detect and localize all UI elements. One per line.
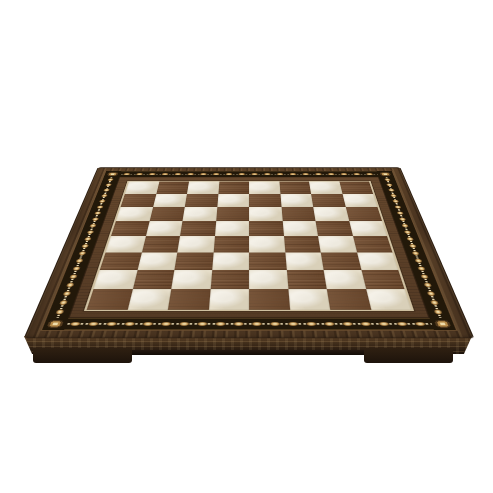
square-g3[interactable] xyxy=(321,252,361,270)
square-e1[interactable] xyxy=(249,289,290,310)
square-d1[interactable] xyxy=(208,289,249,310)
square-d8[interactable] xyxy=(218,182,249,194)
square-g5[interactable] xyxy=(316,221,353,236)
square-a5[interactable] xyxy=(111,221,149,236)
square-b1[interactable] xyxy=(127,289,171,310)
square-b3[interactable] xyxy=(137,252,177,270)
square-c7[interactable] xyxy=(185,194,218,207)
square-e4[interactable] xyxy=(249,236,285,252)
square-b4[interactable] xyxy=(141,236,180,252)
square-a8[interactable] xyxy=(125,182,159,194)
square-h3[interactable] xyxy=(357,252,399,270)
square-h6[interactable] xyxy=(345,207,382,221)
square-f6[interactable] xyxy=(281,207,315,221)
square-h2[interactable] xyxy=(361,270,405,289)
square-b2[interactable] xyxy=(132,270,174,289)
mosaic-corner-rosette xyxy=(430,318,456,330)
square-a2[interactable] xyxy=(94,270,138,289)
square-c8[interactable] xyxy=(187,182,219,194)
square-d5[interactable] xyxy=(215,221,250,236)
square-e5[interactable] xyxy=(249,221,284,236)
square-d2[interactable] xyxy=(210,270,249,289)
square-h7[interactable] xyxy=(342,194,377,207)
square-g2[interactable] xyxy=(324,270,366,289)
square-c6[interactable] xyxy=(182,207,216,221)
square-a1[interactable] xyxy=(87,289,133,310)
square-g8[interactable] xyxy=(309,182,342,194)
square-a3[interactable] xyxy=(100,252,142,270)
square-b6[interactable] xyxy=(149,207,185,221)
chess-board xyxy=(24,167,475,338)
square-f5[interactable] xyxy=(282,221,318,236)
square-a4[interactable] xyxy=(106,236,146,252)
square-f2[interactable] xyxy=(286,270,326,289)
mosaic-corner-rosette xyxy=(42,318,68,330)
square-f7[interactable] xyxy=(280,194,313,207)
square-c2[interactable] xyxy=(171,270,211,289)
square-e6[interactable] xyxy=(249,207,282,221)
square-h1[interactable] xyxy=(366,289,412,310)
square-f8[interactable] xyxy=(279,182,311,194)
square-b5[interactable] xyxy=(146,221,183,236)
square-e8[interactable] xyxy=(249,182,280,194)
square-c1[interactable] xyxy=(168,289,210,310)
square-c5[interactable] xyxy=(180,221,216,236)
square-a7[interactable] xyxy=(121,194,156,207)
square-f1[interactable] xyxy=(288,289,330,310)
square-g7[interactable] xyxy=(311,194,345,207)
square-f3[interactable] xyxy=(285,252,324,270)
photo-background xyxy=(0,0,493,493)
square-b8[interactable] xyxy=(156,182,189,194)
square-e7[interactable] xyxy=(249,194,281,207)
square-d4[interactable] xyxy=(213,236,249,252)
square-g1[interactable] xyxy=(327,289,371,310)
square-b7[interactable] xyxy=(153,194,187,207)
mosaic-corner-rosette xyxy=(377,171,395,177)
square-g4[interactable] xyxy=(318,236,357,252)
square-d7[interactable] xyxy=(217,194,249,207)
board-foot-left xyxy=(33,348,132,363)
board-foot-right xyxy=(364,348,453,363)
square-d3[interactable] xyxy=(212,252,249,270)
board-underside xyxy=(120,350,376,355)
playing-field xyxy=(84,181,414,311)
square-d6[interactable] xyxy=(216,207,249,221)
square-h8[interactable] xyxy=(339,182,373,194)
square-e2[interactable] xyxy=(249,270,288,289)
mosaic-border-bottom xyxy=(64,318,434,330)
square-c3[interactable] xyxy=(174,252,213,270)
square-a6[interactable] xyxy=(116,207,153,221)
square-c4[interactable] xyxy=(177,236,214,252)
square-g6[interactable] xyxy=(313,207,349,221)
square-h4[interactable] xyxy=(353,236,393,252)
square-h5[interactable] xyxy=(349,221,387,236)
square-e3[interactable] xyxy=(249,252,286,270)
square-f4[interactable] xyxy=(284,236,321,252)
